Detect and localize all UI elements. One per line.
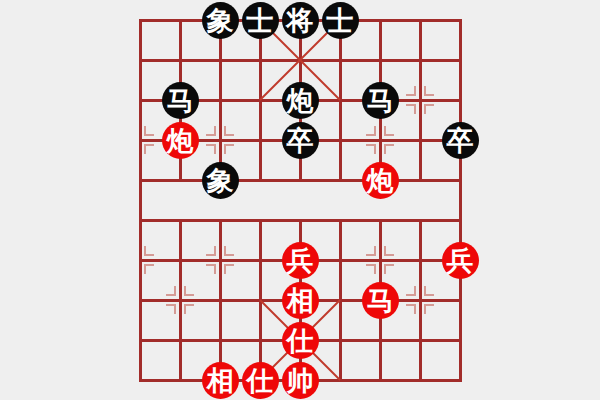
piece-red-pawn[interactable]: 兵 bbox=[442, 242, 479, 279]
piece-red-elephant[interactable]: 相 bbox=[202, 362, 239, 399]
piece-red-cannon[interactable]: 炮 bbox=[162, 122, 199, 159]
piece-black-horse[interactable]: 马 bbox=[362, 82, 399, 119]
board-grid[interactable]: 象士将士马炮马炮卒卒象炮兵兵相马仕相仕帅 bbox=[120, 0, 480, 400]
piece-black-cannon[interactable]: 炮 bbox=[282, 82, 319, 119]
piece-black-advisor[interactable]: 士 bbox=[322, 2, 359, 39]
piece-red-cannon[interactable]: 炮 bbox=[362, 162, 399, 199]
piece-red-advisor[interactable]: 仕 bbox=[242, 362, 279, 399]
piece-black-pawn[interactable]: 卒 bbox=[442, 122, 479, 159]
piece-red-horse[interactable]: 马 bbox=[362, 282, 399, 319]
piece-red-advisor[interactable]: 仕 bbox=[282, 322, 319, 359]
piece-black-advisor[interactable]: 士 bbox=[242, 2, 279, 39]
piece-black-elephant[interactable]: 象 bbox=[202, 162, 239, 199]
piece-red-pawn[interactable]: 兵 bbox=[282, 242, 319, 279]
piece-black-pawn[interactable]: 卒 bbox=[282, 122, 319, 159]
piece-black-king[interactable]: 将 bbox=[282, 2, 319, 39]
piece-black-elephant[interactable]: 象 bbox=[202, 2, 239, 39]
xiangqi-diagram: 象士将士马炮马炮卒卒象炮兵兵相马仕相仕帅 bbox=[0, 0, 600, 400]
piece-red-elephant[interactable]: 相 bbox=[282, 282, 319, 319]
piece-red-king[interactable]: 帅 bbox=[282, 362, 319, 399]
piece-black-horse[interactable]: 马 bbox=[162, 82, 199, 119]
